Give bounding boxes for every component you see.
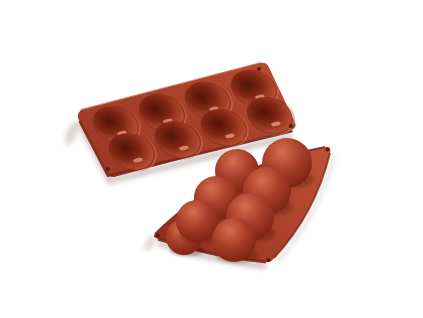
dome [212, 218, 256, 262]
corner-hole [267, 258, 271, 262]
dome [176, 200, 218, 242]
corner-hole [326, 148, 330, 152]
background [0, 0, 423, 318]
product-photo [0, 0, 423, 318]
corner-hole [257, 67, 261, 71]
corner-hole [106, 167, 110, 171]
corner-hole [289, 124, 293, 128]
corner-hole [156, 234, 160, 238]
